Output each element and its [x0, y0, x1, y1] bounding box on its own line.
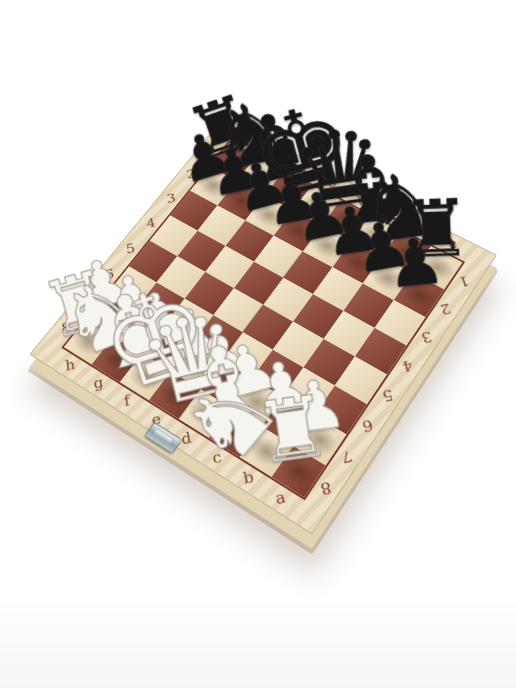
rank-label-left-3: 3 [158, 182, 185, 214]
product-photo: 12345678 12345678 hgfedcba hgfedcba ♜♞♝♚… [0, 0, 516, 688]
rank-label-left-4: 4 [138, 207, 165, 240]
pieces-layer: ♜♞♝♚♛♝♞♜♟♟♟♟♟♟♟♟♟♟♟♟♟♟♟♟♜♞♝♚♛♝♞♜ [64, 143, 462, 497]
chessboard: 12345678 12345678 hgfedcba hgfedcba ♜♞♝♚… [29, 117, 497, 534]
